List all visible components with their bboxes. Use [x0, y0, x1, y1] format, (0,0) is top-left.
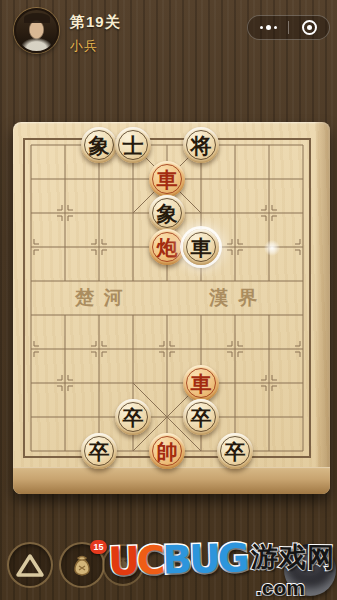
watermark-letter: G: [217, 538, 247, 578]
dim-bag-icon: [111, 553, 135, 577]
piece-black-卒[interactable]: 卒: [183, 399, 219, 435]
piece-red-炮[interactable]: 炮: [149, 229, 185, 265]
more-button[interactable]: [248, 16, 288, 39]
river-label-han: 漢界: [209, 285, 267, 311]
sparkle-effect: [264, 240, 280, 256]
watermark-letter: B: [162, 540, 190, 580]
piece-black-卒[interactable]: 卒: [115, 399, 151, 435]
river-label-chu: 楚河: [75, 285, 133, 311]
dark-orb-button[interactable]: [284, 544, 336, 596]
close-button[interactable]: [289, 16, 329, 39]
piece-red-車[interactable]: 車: [183, 365, 219, 401]
piece-black-卒[interactable]: 卒: [81, 433, 117, 469]
piece-red-帥[interactable]: 帥: [149, 433, 185, 469]
player-avatar: [14, 8, 59, 53]
piece-black-車[interactable]: 車: [183, 229, 219, 265]
player-name: 小兵: [70, 37, 121, 55]
piece-black-将[interactable]: 将: [183, 127, 219, 163]
close-circle-icon: [302, 20, 317, 35]
app-screen: 第19关 小兵 楚河 漢界 象士将車象炮車車卒卒卒帥卒: [0, 0, 337, 600]
top-bar: 第19关 小兵: [0, 0, 337, 60]
title-block: 第19关 小兵: [70, 13, 121, 55]
hint-bag-button[interactable]: 15: [59, 542, 105, 588]
piece-black-士[interactable]: 士: [115, 127, 151, 163]
xiangqi-board[interactable]: 楚河 漢界 象士将車象炮車車卒卒卒帥卒: [13, 122, 330, 494]
watermark-letter: U: [189, 539, 219, 579]
wechat-capsule: [247, 15, 330, 40]
hint-count-badge: 15: [90, 540, 107, 554]
piece-black-象[interactable]: 象: [149, 195, 185, 231]
money-bag-icon: [68, 551, 96, 579]
more-dots-icon: [260, 25, 277, 30]
piece-red-車[interactable]: 車: [149, 161, 185, 197]
chevron-up-icon: [15, 552, 45, 578]
menu-button[interactable]: [7, 542, 53, 588]
level-title: 第19关: [70, 13, 121, 32]
avatar-hair: [24, 13, 50, 23]
piece-black-卒[interactable]: 卒: [217, 433, 253, 469]
bottom-button-3[interactable]: [102, 544, 144, 586]
piece-black-象[interactable]: 象: [81, 127, 117, 163]
